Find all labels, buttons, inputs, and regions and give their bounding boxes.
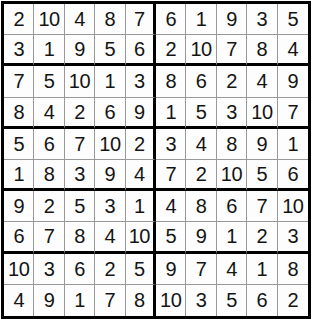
cell-r9c3: 6 <box>65 254 95 285</box>
cell-r7c5: 1 <box>126 191 156 222</box>
cell-r10c6: 10 <box>156 285 186 316</box>
cell-r6c1: 1 <box>4 160 34 191</box>
cell-r3c10: 9 <box>278 66 308 97</box>
cell-r1c9: 3 <box>247 4 277 35</box>
cell-r9c2: 3 <box>34 254 64 285</box>
cell-r8c7: 9 <box>186 222 216 253</box>
cell-r2c10: 4 <box>278 35 308 66</box>
cell-r9c9: 1 <box>247 254 277 285</box>
cell-r8c2: 7 <box>34 222 64 253</box>
cell-r3c7: 6 <box>186 66 216 97</box>
cell-r2c6: 2 <box>156 35 186 66</box>
cell-r6c2: 8 <box>34 160 64 191</box>
cell-r1c2: 10 <box>34 4 64 35</box>
sudoku-board: 2104876193531956210784751013862498426915… <box>1 1 311 319</box>
cell-r5c10: 1 <box>278 129 308 160</box>
cell-r6c9: 5 <box>247 160 277 191</box>
cell-r7c1: 9 <box>4 191 34 222</box>
cell-r8c10: 3 <box>278 222 308 253</box>
cell-r6c5: 4 <box>126 160 156 191</box>
cell-r1c6: 6 <box>156 4 186 35</box>
cell-r5c5: 2 <box>126 129 156 160</box>
cell-r3c3: 10 <box>65 66 95 97</box>
cell-r10c8: 5 <box>217 285 247 316</box>
cell-r4c6: 1 <box>156 98 186 129</box>
cell-r5c6: 3 <box>156 129 186 160</box>
cell-r1c4: 8 <box>95 4 125 35</box>
cell-r8c9: 2 <box>247 222 277 253</box>
cell-r7c4: 3 <box>95 191 125 222</box>
cell-r8c3: 8 <box>65 222 95 253</box>
cell-r8c8: 1 <box>217 222 247 253</box>
cell-r5c7: 4 <box>186 129 216 160</box>
cell-r7c6: 4 <box>156 191 186 222</box>
cell-r4c4: 6 <box>95 98 125 129</box>
cell-r5c3: 7 <box>65 129 95 160</box>
cell-r10c7: 3 <box>186 285 216 316</box>
cell-r7c2: 2 <box>34 191 64 222</box>
cell-r9c8: 4 <box>217 254 247 285</box>
cell-r1c5: 7 <box>126 4 156 35</box>
cell-r4c7: 5 <box>186 98 216 129</box>
cell-r4c8: 3 <box>217 98 247 129</box>
cell-r7c9: 7 <box>247 191 277 222</box>
cell-r1c10: 5 <box>278 4 308 35</box>
cell-r3c2: 5 <box>34 66 64 97</box>
cell-r2c1: 3 <box>4 35 34 66</box>
cell-r6c8: 10 <box>217 160 247 191</box>
cell-r5c9: 9 <box>247 129 277 160</box>
cell-r8c5: 10 <box>126 222 156 253</box>
cell-r10c3: 1 <box>65 285 95 316</box>
cell-r10c5: 8 <box>126 285 156 316</box>
cell-r2c8: 7 <box>217 35 247 66</box>
cell-r3c6: 8 <box>156 66 186 97</box>
cell-r10c2: 9 <box>34 285 64 316</box>
cell-r6c4: 9 <box>95 160 125 191</box>
cell-r4c1: 8 <box>4 98 34 129</box>
cell-r6c3: 3 <box>65 160 95 191</box>
cell-r1c8: 9 <box>217 4 247 35</box>
cell-r4c10: 7 <box>278 98 308 129</box>
cell-r5c2: 6 <box>34 129 64 160</box>
cell-r8c4: 4 <box>95 222 125 253</box>
cell-r2c7: 10 <box>186 35 216 66</box>
cell-r3c5: 3 <box>126 66 156 97</box>
cell-r3c4: 1 <box>95 66 125 97</box>
cell-r1c1: 2 <box>4 4 34 35</box>
cell-r8c1: 6 <box>4 222 34 253</box>
cell-r9c5: 5 <box>126 254 156 285</box>
cell-r9c1: 10 <box>4 254 34 285</box>
cell-r7c8: 6 <box>217 191 247 222</box>
cell-r2c2: 1 <box>34 35 64 66</box>
cell-r8c6: 5 <box>156 222 186 253</box>
cell-r10c4: 7 <box>95 285 125 316</box>
cell-r6c10: 6 <box>278 160 308 191</box>
cell-r4c9: 10 <box>247 98 277 129</box>
cell-r9c4: 2 <box>95 254 125 285</box>
cell-r7c3: 5 <box>65 191 95 222</box>
cell-r4c5: 9 <box>126 98 156 129</box>
cell-r1c7: 1 <box>186 4 216 35</box>
cell-r3c8: 2 <box>217 66 247 97</box>
cell-r2c4: 5 <box>95 35 125 66</box>
cell-r10c1: 4 <box>4 285 34 316</box>
cell-r9c6: 9 <box>156 254 186 285</box>
cell-r5c1: 5 <box>4 129 34 160</box>
cell-r3c9: 4 <box>247 66 277 97</box>
cell-r2c3: 9 <box>65 35 95 66</box>
cell-r1c3: 4 <box>65 4 95 35</box>
cell-r10c10: 2 <box>278 285 308 316</box>
cell-r5c4: 10 <box>95 129 125 160</box>
cell-r4c3: 2 <box>65 98 95 129</box>
cell-r7c7: 8 <box>186 191 216 222</box>
cell-r9c7: 7 <box>186 254 216 285</box>
puzzle-page: 2104876193531956210784751013862498426915… <box>0 0 312 320</box>
cell-r6c7: 2 <box>186 160 216 191</box>
cell-r4c2: 4 <box>34 98 64 129</box>
cell-r2c9: 8 <box>247 35 277 66</box>
cell-r5c8: 8 <box>217 129 247 160</box>
cell-r7c10: 10 <box>278 191 308 222</box>
cell-r9c10: 8 <box>278 254 308 285</box>
cell-r10c9: 6 <box>247 285 277 316</box>
cell-r6c6: 7 <box>156 160 186 191</box>
cell-r2c5: 6 <box>126 35 156 66</box>
cell-r3c1: 7 <box>4 66 34 97</box>
